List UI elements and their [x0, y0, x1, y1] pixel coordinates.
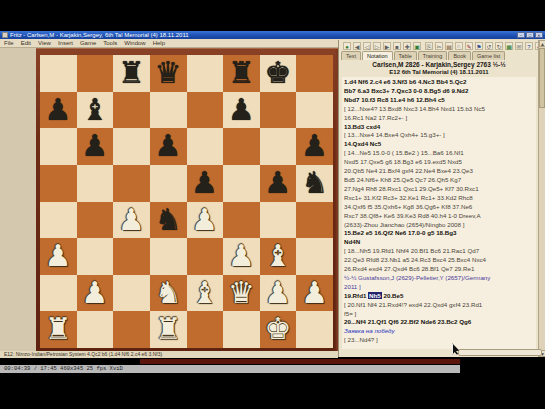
notation-line[interactable]: 15.Be2 e5 16.Qf2 Ne6 17.0-0 g5 18.Bg3: [344, 229, 534, 238]
undo-icon[interactable]: ↺: [485, 42, 493, 50]
square-h2[interactable]: ♟: [296, 275, 333, 312]
menu-item-tools[interactable]: Tools: [103, 39, 117, 48]
square-h6[interactable]: ♟: [296, 128, 333, 165]
help-icon[interactable]: ?: [525, 42, 533, 50]
horizontal-scrollbar[interactable]: [458, 349, 542, 356]
forward-icon[interactable]: ▷: [373, 42, 381, 50]
white-pawn-b2[interactable]: ♟: [77, 275, 114, 312]
square-d5[interactable]: [150, 165, 187, 202]
square-a5[interactable]: [40, 165, 77, 202]
square-e7[interactable]: [187, 92, 224, 129]
engine-icon[interactable]: ▣: [413, 42, 421, 50]
last-move-icon[interactable]: ▶: [383, 42, 391, 50]
square-c8[interactable]: ♜: [113, 55, 150, 92]
white-pawn-g2[interactable]: ♟: [260, 275, 297, 312]
square-h4[interactable]: [296, 202, 333, 239]
event-header: E12 6th Tal Memorial (4) 18.11.2011: [341, 69, 537, 76]
square-c1[interactable]: [113, 311, 150, 348]
window-controls: ─□✕: [517, 32, 543, 38]
black-bishop-b7[interactable]: ♝: [77, 92, 114, 129]
mail-icon[interactable]: ✉: [515, 42, 523, 50]
square-c5[interactable]: [113, 165, 150, 202]
square-b6[interactable]: ♟: [77, 128, 114, 165]
notation-toolbar: ●◀◁▷▶■✚▣ ⎘✂▤♘✎⚑↺↻▦✉?◈: [343, 41, 539, 50]
media-progress-bar[interactable]: [0, 358, 545, 365]
square-d2[interactable]: ♞: [150, 275, 187, 312]
black-knight-d4[interactable]: ♞: [150, 202, 187, 239]
square-f7[interactable]: ♟: [223, 92, 260, 129]
square-c6[interactable]: [113, 128, 150, 165]
square-b5[interactable]: [77, 165, 114, 202]
square-e8[interactable]: [187, 55, 224, 92]
menu-item-edit[interactable]: Edit: [21, 39, 31, 48]
notation-line[interactable]: 22.Qe3 Rfd8 23.Nb1 a5 24.Rc3 Bxc4 25.Bxc…: [344, 256, 534, 265]
square-h8[interactable]: [296, 55, 333, 92]
add-move-icon[interactable]: ✚: [403, 42, 411, 50]
white-pawn-h2[interactable]: ♟: [296, 275, 333, 312]
move-notation[interactable]: 1.d4 Nf6 2.c4 e6 3.Nf3 b6 4.Nc3 Bb4 5.Qc…: [342, 77, 536, 349]
menu-item-file[interactable]: File: [4, 39, 14, 48]
white-pawn-f3[interactable]: ♟: [223, 238, 260, 275]
square-g5[interactable]: ♟: [260, 165, 297, 202]
square-d4[interactable]: ♞: [150, 202, 187, 239]
stop-icon[interactable]: ■: [393, 42, 401, 50]
notation-line[interactable]: Rxc7 38.Qf8+ Ke6 39.Ke3 Rd8 40.h4 1-0 Dr…: [344, 212, 534, 221]
vertical-scrollbar[interactable]: ▲ ▼: [538, 40, 545, 357]
black-pawn-h6[interactable]: ♟: [296, 128, 333, 165]
black-rook-c8[interactable]: ♜: [113, 55, 150, 92]
square-b3[interactable]: [77, 238, 114, 275]
notation-line[interactable]: 14.Qxd4 Nc5: [344, 140, 534, 149]
tab-training[interactable]: Training: [418, 51, 448, 60]
square-f3[interactable]: ♟: [223, 238, 260, 275]
square-g8[interactable]: ♚: [260, 55, 297, 92]
square-b2[interactable]: ♟: [77, 275, 114, 312]
progress-loaded-segment: [140, 359, 460, 364]
square-a2[interactable]: [40, 275, 77, 312]
annotate-icon[interactable]: ✎: [465, 42, 473, 50]
notation-line[interactable]: [ 20.Nf1 Nf4 21.Rxd4!? exd4 22.Qxd4 gxf4…: [344, 301, 534, 310]
square-h7[interactable]: [296, 92, 333, 129]
square-g6[interactable]: [260, 128, 297, 165]
tab-notation[interactable]: Notation: [362, 51, 393, 60]
square-e6[interactable]: [187, 128, 224, 165]
notation-line[interactable]: Bb7 6.a3 Bxc3+ 7.Qxc3 0-0 8.Bg5 d6 9.Nd2: [344, 87, 534, 96]
tab-game-list[interactable]: Game list: [472, 51, 505, 60]
black-pawn-f7[interactable]: ♟: [223, 92, 260, 129]
white-pawn-c4[interactable]: ♟: [113, 202, 150, 239]
black-pawn-d6[interactable]: ♟: [150, 128, 187, 165]
black-rook-f8[interactable]: ♜: [223, 55, 260, 92]
square-a1[interactable]: ♜: [40, 311, 77, 348]
white-rook-a1[interactable]: ♜: [40, 311, 77, 348]
menu-item-view[interactable]: View: [38, 39, 51, 48]
notation-line[interactable]: 27.Ng4 Rh8 28.Rxc1 Qxc1 29.Qe5+ Kf7 30.R…: [344, 185, 534, 194]
white-pawn-e4[interactable]: ♟: [187, 202, 224, 239]
square-g7[interactable]: [260, 92, 297, 129]
square-a4[interactable]: [40, 202, 77, 239]
menu-item-window[interactable]: Window: [124, 39, 145, 48]
notation-line[interactable]: [ 23...Nd4? ]: [344, 336, 534, 345]
close-button[interactable]: ✕: [535, 32, 543, 38]
back-icon[interactable]: ◁: [363, 42, 371, 50]
nav-icon-group: ●◀◁▷▶■✚▣: [343, 42, 421, 50]
square-e5[interactable]: ♟: [187, 165, 224, 202]
record-icon[interactable]: ●: [343, 42, 351, 50]
panel-tabs: TextNotationTableTrainingBookGame list: [341, 51, 505, 60]
notation-line[interactable]: f5= ]: [344, 310, 534, 319]
square-d6[interactable]: ♟: [150, 128, 187, 165]
square-h5[interactable]: ♞: [296, 165, 333, 202]
app-icon: [2, 32, 8, 38]
notation-line[interactable]: 1.d4 Nf6 2.c4 e6 3.Nf3 b6 4.Nc3 Bb4 5.Qc…: [344, 78, 534, 87]
maximize-button[interactable]: □: [526, 32, 534, 38]
notation-panel: ●◀◁▷▶■✚▣ ⎘✂▤♘✎⚑↺↻▦✉?◈ TextNotationTableT…: [338, 40, 545, 357]
black-knight-h5[interactable]: ♞: [296, 165, 333, 202]
square-a7[interactable]: ♟: [40, 92, 77, 129]
square-a6[interactable]: [40, 128, 77, 165]
tab-book[interactable]: Book: [448, 51, 471, 60]
tab-table[interactable]: Table: [394, 51, 417, 60]
minimize-button[interactable]: ─: [517, 32, 525, 38]
square-f1[interactable]: [223, 311, 260, 348]
notation-line[interactable]: 20.Qb5 Ne4 21.Bxf4 gxf4 22.Ne4 Bxe4 23.Q…: [344, 167, 534, 176]
cut-icon[interactable]: ✂: [435, 42, 443, 50]
square-d3[interactable]: [150, 238, 187, 275]
copy-icon[interactable]: ⎘: [425, 42, 433, 50]
square-f2[interactable]: ♛: [223, 275, 260, 312]
annotation-text[interactable]: Заявка на победу: [344, 327, 534, 336]
white-queen-f2[interactable]: ♛: [223, 275, 260, 312]
piece-icon[interactable]: ♘: [455, 42, 463, 50]
notation-line[interactable]: ½-½ Gustafsson,J (2629)-Pelletier,Y (265…: [344, 274, 534, 283]
square-e1[interactable]: [187, 311, 224, 348]
opening-status-bar: E12: Nimzo-Indian/Petrosian System 4.Qc2…: [0, 351, 338, 358]
menu-item-game[interactable]: Game: [80, 39, 96, 48]
square-h1[interactable]: [296, 311, 333, 348]
square-e3[interactable]: [187, 238, 224, 275]
tools-icon-group: ⎘✂▤♘✎⚑↺↻▦✉?◈: [425, 42, 543, 50]
square-d7[interactable]: [150, 92, 187, 129]
square-b1[interactable]: [77, 311, 114, 348]
notation-line[interactable]: Bd5 24.Nf6+ Kh8 25.Qe5 Qc7 26.Qh5 Kg7: [344, 176, 534, 185]
notation-line[interactable]: 34.Qxf6 f5 35.Qxh6+ Kg8 36.Qg6+ Kf8 37.N…: [344, 203, 534, 212]
notation-line[interactable]: 20...Nf4 21.Qf1 Qf6 22.Bf2 Nde6 23.Bc2 Q…: [344, 318, 534, 327]
move-text[interactable]: 19.Rfd1: [344, 292, 368, 299]
first-move-icon[interactable]: ◀: [353, 42, 361, 50]
notation-line[interactable]: 16.Rc1 Na2 17.Rc2+- ]: [344, 114, 534, 123]
notation-line[interactable]: (2633)-Zhou Jianchao (2654)/Ningbo 2008 …: [344, 221, 534, 230]
notation-line[interactable]: 26.Rxd4 exd4 27.Qxd4 Bc6 28.Bf1 Qe7 29.R…: [344, 265, 534, 274]
chess-board[interactable]: ♜♛♜♚♟♝♟♟♟♟♟♟♞♟♞♟♟♟♝♟♞♝♛♟♟♜♜♚: [40, 55, 333, 348]
square-e2[interactable]: ♝: [187, 275, 224, 312]
square-c2[interactable]: [113, 275, 150, 312]
white-bishop-e2[interactable]: ♝: [187, 275, 224, 312]
media-info-bar: 00:04:39 / 17:45 460x345 25 fps XviD: [0, 365, 460, 373]
white-pawn-a3[interactable]: ♟: [40, 238, 77, 275]
square-h3[interactable]: [296, 238, 333, 275]
tab-text[interactable]: Text: [341, 51, 361, 60]
white-king-g1[interactable]: ♚: [260, 311, 297, 348]
white-bishop-g3[interactable]: ♝: [260, 238, 297, 275]
menu-item-insert[interactable]: Insert: [58, 39, 73, 48]
notation-line[interactable]: 19.Rfd1 Nh5 20.Be5: [344, 292, 534, 301]
square-g1[interactable]: ♚: [260, 311, 297, 348]
redo-icon[interactable]: ↻: [495, 42, 503, 50]
menu-items: FileEditViewInsertGameToolsWindowHelp: [4, 39, 165, 48]
black-queen-d8[interactable]: ♛: [150, 55, 187, 92]
square-b8[interactable]: [77, 55, 114, 92]
black-pawn-a7[interactable]: ♟: [40, 92, 77, 129]
square-b4[interactable]: [77, 202, 114, 239]
menu-item-help[interactable]: Help: [153, 39, 165, 48]
scrollbar-thumb[interactable]: [539, 48, 545, 108]
notation-line[interactable]: [ 18...Nh5 19.Rfd1 Nhf4 20.Bf1 Bc6 21.Ra…: [344, 247, 534, 256]
notation-line[interactable]: [ 13...Nxe4 14.Bxe4 Qxh4+ 15.g3+- ]: [344, 131, 534, 140]
black-pawn-e5[interactable]: ♟: [187, 165, 224, 202]
notation-line[interactable]: Nbd7 10.f3 Rc8 11.e4 h6 12.Bh4 c5: [344, 96, 534, 105]
notation-line[interactable]: 2011 ]: [344, 283, 534, 292]
square-c3[interactable]: [113, 238, 150, 275]
notation-line[interactable]: 13.Bd3 cxd4: [344, 123, 534, 132]
game-header: Carlsen,M 2826 - Karjakin,Sergey 2763 ½-…: [341, 61, 537, 76]
square-f6[interactable]: [223, 128, 260, 165]
notation-line[interactable]: Nd4N: [344, 238, 534, 247]
white-knight-d2[interactable]: ♞: [150, 275, 187, 312]
square-d1[interactable]: ♜: [150, 311, 187, 348]
square-c4[interactable]: ♟: [113, 202, 150, 239]
black-pawn-b6[interactable]: ♟: [77, 128, 114, 165]
black-king-g8[interactable]: ♚: [260, 55, 297, 92]
square-f8[interactable]: ♜: [223, 55, 260, 92]
square-f5[interactable]: [223, 165, 260, 202]
scroll-up-icon[interactable]: ▲: [539, 40, 545, 47]
players-header: Carlsen,M 2826 - Karjakin,Sergey 2763 ½-…: [341, 61, 537, 69]
square-f4[interactable]: [223, 202, 260, 239]
square-d8[interactable]: ♛: [150, 55, 187, 92]
square-g2[interactable]: ♟: [260, 275, 297, 312]
square-a3[interactable]: ♟: [40, 238, 77, 275]
notation-line[interactable]: Nxd5 17.Qxe5 g6 18.Bg3 e6 19.exd5 Nxd5: [344, 158, 534, 167]
move-text[interactable]: 20.Be5: [382, 292, 404, 299]
square-a8[interactable]: [40, 55, 77, 92]
table-icon[interactable]: ▦: [505, 42, 513, 50]
window-title: Fritz - Carlsen,M - Karjakin,Sergey, 6th…: [0, 31, 545, 39]
notation-line[interactable]: [ 14...Ne5 15.0-0 ( 15.Be2 ) 15...Ba6 16…: [344, 149, 534, 158]
square-b7[interactable]: ♝: [77, 92, 114, 129]
current-move-highlight[interactable]: Nh5: [368, 292, 382, 299]
notation-line[interactable]: Rxc1+ 31.Kf2 Rc3+ 32.Ke1 Rc1+ 33.Kd2 Rhc…: [344, 194, 534, 203]
black-pawn-g5[interactable]: ♟: [260, 165, 297, 202]
square-e4[interactable]: ♟: [187, 202, 224, 239]
square-g3[interactable]: ♝: [260, 238, 297, 275]
square-g4[interactable]: [260, 202, 297, 239]
flag-icon[interactable]: ⚑: [475, 42, 483, 50]
board-icon[interactable]: ▤: [445, 42, 453, 50]
square-c7[interactable]: [113, 92, 150, 129]
white-rook-d1[interactable]: ♜: [150, 311, 187, 348]
notation-line[interactable]: [ 12...Nxe4? 13.Bxd8 Nxc3 14.Bh4 Nxd1 15…: [344, 105, 534, 114]
